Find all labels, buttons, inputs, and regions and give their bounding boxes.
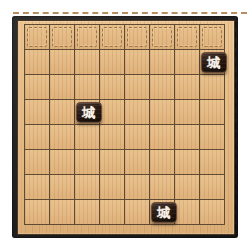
cell-r1c2[interactable] bbox=[50, 25, 74, 49]
cell-r5c1[interactable] bbox=[25, 125, 49, 149]
cell-r8c4[interactable] bbox=[100, 200, 124, 224]
cell-r3c8[interactable] bbox=[200, 75, 224, 99]
cell-r7c4[interactable] bbox=[100, 175, 124, 199]
cell-r2c3[interactable] bbox=[75, 50, 99, 74]
cell-r3c7[interactable] bbox=[175, 75, 199, 99]
cell-r1c7[interactable] bbox=[175, 25, 199, 49]
cell-r7c8[interactable] bbox=[200, 175, 224, 199]
cell-r8c8[interactable] bbox=[200, 200, 224, 224]
cell-r2c5[interactable] bbox=[125, 50, 149, 74]
castle-piece[interactable]: 城 bbox=[151, 202, 177, 223]
cell-r1c1[interactable] bbox=[25, 25, 49, 49]
dashed-slot-marker bbox=[152, 27, 172, 47]
cell-r5c6[interactable] bbox=[150, 125, 174, 149]
dashed-slot-marker bbox=[52, 27, 72, 47]
cell-r7c2[interactable] bbox=[50, 175, 74, 199]
cell-r1c4[interactable] bbox=[100, 25, 124, 49]
game-stage: 城城城 bbox=[0, 0, 250, 250]
cell-r6c7[interactable] bbox=[175, 150, 199, 174]
cell-r7c6[interactable] bbox=[150, 175, 174, 199]
castle-piece[interactable]: 城 bbox=[76, 102, 102, 123]
cell-r7c5[interactable] bbox=[125, 175, 149, 199]
cell-r6c8[interactable] bbox=[200, 150, 224, 174]
cell-r7c3[interactable] bbox=[75, 175, 99, 199]
cell-r4c8[interactable] bbox=[200, 100, 224, 124]
cell-r8c3[interactable] bbox=[75, 200, 99, 224]
cell-r1c8[interactable] bbox=[200, 25, 224, 49]
cell-r3c4[interactable] bbox=[100, 75, 124, 99]
dashed-slot-marker bbox=[202, 27, 222, 47]
dashed-slot-marker bbox=[77, 27, 97, 47]
top-dashed-border bbox=[13, 12, 247, 14]
cell-r4c5[interactable] bbox=[125, 100, 149, 124]
cell-r5c8[interactable] bbox=[200, 125, 224, 149]
cell-r2c4[interactable] bbox=[100, 50, 124, 74]
cell-r8c5[interactable] bbox=[125, 200, 149, 224]
castle-piece[interactable]: 城 bbox=[201, 52, 227, 73]
cell-r2c7[interactable] bbox=[175, 50, 199, 74]
cell-r1c3[interactable] bbox=[75, 25, 99, 49]
cell-r1c6[interactable] bbox=[150, 25, 174, 49]
cell-r6c5[interactable] bbox=[125, 150, 149, 174]
cell-r5c5[interactable] bbox=[125, 125, 149, 149]
cell-r6c2[interactable] bbox=[50, 150, 74, 174]
cell-r4c1[interactable] bbox=[25, 100, 49, 124]
dashed-slot-marker bbox=[127, 27, 147, 47]
cell-r5c3[interactable] bbox=[75, 125, 99, 149]
cell-r5c4[interactable] bbox=[100, 125, 124, 149]
cell-r8c7[interactable] bbox=[175, 200, 199, 224]
board-grid bbox=[24, 24, 225, 225]
cell-r1c5[interactable] bbox=[125, 25, 149, 49]
castle-kanji: 城 bbox=[82, 106, 95, 119]
cell-r3c6[interactable] bbox=[150, 75, 174, 99]
cell-r7c7[interactable] bbox=[175, 175, 199, 199]
cell-r8c1[interactable] bbox=[25, 200, 49, 224]
cell-r4c7[interactable] bbox=[175, 100, 199, 124]
castle-kanji: 城 bbox=[207, 56, 220, 69]
cell-r8c2[interactable] bbox=[50, 200, 74, 224]
cell-r4c4[interactable] bbox=[100, 100, 124, 124]
cell-r2c2[interactable] bbox=[50, 50, 74, 74]
castle-kanji: 城 bbox=[157, 206, 170, 219]
cell-r7c1[interactable] bbox=[25, 175, 49, 199]
cell-r6c6[interactable] bbox=[150, 150, 174, 174]
dashed-slot-marker bbox=[102, 27, 122, 47]
cell-r3c2[interactable] bbox=[50, 75, 74, 99]
dashed-slot-marker bbox=[27, 27, 47, 47]
cell-r2c1[interactable] bbox=[25, 50, 49, 74]
cell-r6c3[interactable] bbox=[75, 150, 99, 174]
dashed-slot-marker bbox=[177, 27, 197, 47]
cell-r3c1[interactable] bbox=[25, 75, 49, 99]
cell-r6c1[interactable] bbox=[25, 150, 49, 174]
cell-r4c6[interactable] bbox=[150, 100, 174, 124]
cell-r4c2[interactable] bbox=[50, 100, 74, 124]
cell-r6c4[interactable] bbox=[100, 150, 124, 174]
cell-r5c7[interactable] bbox=[175, 125, 199, 149]
cell-r2c6[interactable] bbox=[150, 50, 174, 74]
cell-r3c5[interactable] bbox=[125, 75, 149, 99]
cell-r3c3[interactable] bbox=[75, 75, 99, 99]
cell-r5c2[interactable] bbox=[50, 125, 74, 149]
